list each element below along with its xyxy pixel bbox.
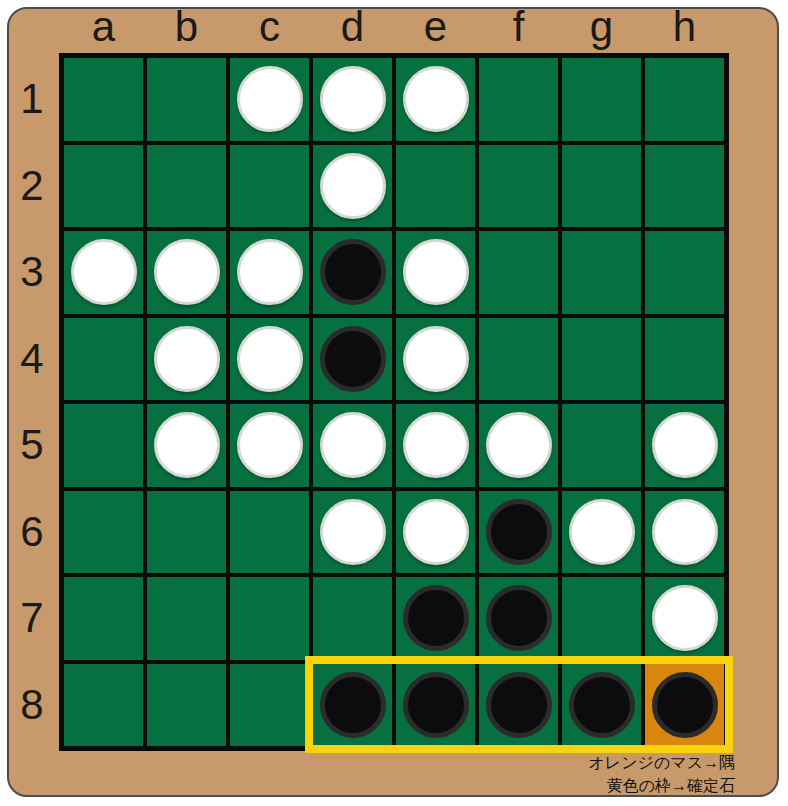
- cell-d6[interactable]: [313, 491, 392, 574]
- cell-e4[interactable]: [396, 318, 475, 401]
- white-disc-d5: [320, 412, 386, 478]
- cell-f6[interactable]: [479, 491, 558, 574]
- cell-g1[interactable]: [562, 58, 641, 141]
- column-labels: abcdefgh: [64, 2, 724, 52]
- white-disc-g6: [569, 499, 635, 565]
- cell-e1[interactable]: [396, 58, 475, 141]
- cell-h5[interactable]: [645, 404, 724, 487]
- black-disc-f8: [486, 672, 552, 738]
- cell-a7[interactable]: [64, 577, 143, 660]
- cell-b8[interactable]: [147, 664, 226, 747]
- black-disc-f6: [486, 499, 552, 565]
- black-disc-d3: [320, 239, 386, 305]
- cell-d5[interactable]: [313, 404, 392, 487]
- legend-line-yellow: 黄色の枠→確定石: [588, 774, 735, 797]
- black-disc-d8: [320, 672, 386, 738]
- black-disc-d4: [320, 326, 386, 392]
- white-disc-b4: [154, 326, 220, 392]
- cell-h2[interactable]: [645, 145, 724, 228]
- cell-b7[interactable]: [147, 577, 226, 660]
- white-disc-e4: [403, 326, 469, 392]
- cell-d1[interactable]: [313, 58, 392, 141]
- cell-b3[interactable]: [147, 231, 226, 314]
- cell-c8[interactable]: [230, 664, 309, 747]
- cell-b5[interactable]: [147, 404, 226, 487]
- black-disc-g8: [569, 672, 635, 738]
- legend: オレンジのマス→隅 黄色の枠→確定石: [588, 751, 735, 797]
- cell-f8[interactable]: [479, 664, 558, 747]
- othello-board: [59, 53, 729, 751]
- cell-h8[interactable]: [645, 664, 724, 747]
- row-label-5: 5: [10, 404, 54, 487]
- white-disc-e6: [403, 499, 469, 565]
- cell-a2[interactable]: [64, 145, 143, 228]
- cell-f1[interactable]: [479, 58, 558, 141]
- cell-f3[interactable]: [479, 231, 558, 314]
- cell-b6[interactable]: [147, 491, 226, 574]
- cell-f2[interactable]: [479, 145, 558, 228]
- black-disc-f7: [486, 585, 552, 651]
- legend-line-orange: オレンジのマス→隅: [588, 751, 735, 774]
- row-label-6: 6: [10, 491, 54, 574]
- cell-g6[interactable]: [562, 491, 641, 574]
- cell-e5[interactable]: [396, 404, 475, 487]
- cell-c6[interactable]: [230, 491, 309, 574]
- cell-b2[interactable]: [147, 145, 226, 228]
- cell-g8[interactable]: [562, 664, 641, 747]
- cell-d4[interactable]: [313, 318, 392, 401]
- white-disc-c5: [237, 412, 303, 478]
- cell-h1[interactable]: [645, 58, 724, 141]
- cell-a1[interactable]: [64, 58, 143, 141]
- column-label-h: h: [645, 2, 724, 52]
- cell-g5[interactable]: [562, 404, 641, 487]
- white-disc-c3: [237, 239, 303, 305]
- column-label-g: g: [562, 2, 641, 52]
- row-label-7: 7: [10, 577, 54, 660]
- cell-b1[interactable]: [147, 58, 226, 141]
- cell-f5[interactable]: [479, 404, 558, 487]
- white-disc-d1: [320, 66, 386, 132]
- cell-d3[interactable]: [313, 231, 392, 314]
- cell-a3[interactable]: [64, 231, 143, 314]
- row-label-1: 1: [10, 58, 54, 141]
- row-label-2: 2: [10, 145, 54, 228]
- white-disc-d2: [320, 153, 386, 219]
- row-labels: 12345678: [10, 58, 54, 746]
- cell-c1[interactable]: [230, 58, 309, 141]
- white-disc-b3: [154, 239, 220, 305]
- cell-a6[interactable]: [64, 491, 143, 574]
- white-disc-f5: [486, 412, 552, 478]
- white-disc-h7: [652, 585, 718, 651]
- white-disc-d6: [320, 499, 386, 565]
- white-disc-h6: [652, 499, 718, 565]
- cell-a8[interactable]: [64, 664, 143, 747]
- row-label-4: 4: [10, 318, 54, 401]
- cell-g3[interactable]: [562, 231, 641, 314]
- cell-e6[interactable]: [396, 491, 475, 574]
- column-label-b: b: [147, 2, 226, 52]
- white-disc-a3: [71, 239, 137, 305]
- column-label-a: a: [64, 2, 143, 52]
- othello-diagram: abcdefgh 12345678 オレンジのマス→隅 黄色の枠→確定石: [0, 0, 788, 806]
- white-disc-b5: [154, 412, 220, 478]
- black-disc-e8: [403, 672, 469, 738]
- cell-h3[interactable]: [645, 231, 724, 314]
- cell-e7[interactable]: [396, 577, 475, 660]
- white-disc-h5: [652, 412, 718, 478]
- row-label-3: 3: [10, 231, 54, 314]
- cell-c2[interactable]: [230, 145, 309, 228]
- column-label-d: d: [313, 2, 392, 52]
- cell-h7[interactable]: [645, 577, 724, 660]
- cell-c7[interactable]: [230, 577, 309, 660]
- cell-f7[interactable]: [479, 577, 558, 660]
- cell-a4[interactable]: [64, 318, 143, 401]
- cell-d7[interactable]: [313, 577, 392, 660]
- cell-e3[interactable]: [396, 231, 475, 314]
- column-label-f: f: [479, 2, 558, 52]
- cell-h6[interactable]: [645, 491, 724, 574]
- cell-c4[interactable]: [230, 318, 309, 401]
- white-disc-c4: [237, 326, 303, 392]
- cell-g2[interactable]: [562, 145, 641, 228]
- cell-c5[interactable]: [230, 404, 309, 487]
- white-disc-e1: [403, 66, 469, 132]
- column-label-e: e: [396, 2, 475, 52]
- cell-d8[interactable]: [313, 664, 392, 747]
- cell-h4[interactable]: [645, 318, 724, 401]
- cell-d2[interactable]: [313, 145, 392, 228]
- cell-f4[interactable]: [479, 318, 558, 401]
- cell-c3[interactable]: [230, 231, 309, 314]
- cell-a5[interactable]: [64, 404, 143, 487]
- black-disc-h8: [652, 672, 718, 738]
- cell-g4[interactable]: [562, 318, 641, 401]
- white-disc-e3: [403, 239, 469, 305]
- row-label-8: 8: [10, 664, 54, 747]
- column-label-c: c: [230, 2, 309, 52]
- cell-g7[interactable]: [562, 577, 641, 660]
- cell-e2[interactable]: [396, 145, 475, 228]
- white-disc-e5: [403, 412, 469, 478]
- black-disc-e7: [403, 585, 469, 651]
- white-disc-c1: [237, 66, 303, 132]
- cell-e8[interactable]: [396, 664, 475, 747]
- cell-b4[interactable]: [147, 318, 226, 401]
